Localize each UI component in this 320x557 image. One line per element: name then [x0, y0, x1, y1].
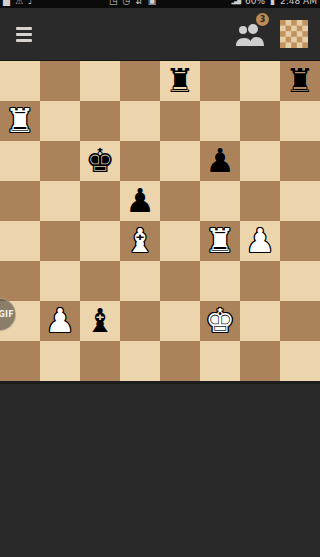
square-c6[interactable]: ♚	[80, 141, 120, 181]
square-h3[interactable]	[280, 261, 320, 301]
white-bishop-piece[interactable]: ♝	[120, 221, 160, 261]
black-pawn-piece[interactable]: ♟	[120, 181, 160, 221]
square-c1[interactable]	[80, 341, 120, 381]
square-g7[interactable]	[240, 101, 280, 141]
time: 2:48 AM	[280, 0, 317, 6]
square-b5[interactable]	[40, 181, 80, 221]
square-e1[interactable]	[160, 341, 200, 381]
screenshot-icon: ▆	[3, 0, 10, 6]
alarm-icon: ◷	[122, 0, 130, 6]
players-badge: 3	[256, 13, 269, 26]
square-g4[interactable]: ♟	[240, 221, 280, 261]
black-pawn-piece[interactable]: ♟	[200, 141, 240, 181]
square-f4[interactable]: ♜	[200, 221, 240, 261]
toolbar: 3	[0, 8, 320, 60]
square-b7[interactable]	[40, 101, 80, 141]
square-b4[interactable]	[40, 221, 80, 261]
square-a3[interactable]	[0, 261, 40, 301]
square-e6[interactable]	[160, 141, 200, 181]
square-f7[interactable]	[200, 101, 240, 141]
square-b1[interactable]	[40, 341, 80, 381]
status-bar-content: ▆⚠♪ ◳◷⇵▣ ▂▄▆60%▮2:48 AM	[0, 0, 320, 8]
chess-app: ▆⚠♪ ◳◷⇵▣ ▂▄▆60%▮2:48 AM 3 ♜♜♜♚♟♟♝♜♟♟♝♚ G…	[0, 0, 320, 557]
square-a1[interactable]	[0, 341, 40, 381]
square-f6[interactable]: ♟	[200, 141, 240, 181]
square-d8[interactable]	[120, 61, 160, 101]
square-f8[interactable]	[200, 61, 240, 101]
white-rook-piece[interactable]: ♜	[200, 221, 240, 261]
square-c3[interactable]	[80, 261, 120, 301]
square-b2[interactable]: ♟	[40, 301, 80, 341]
square-g2[interactable]	[240, 301, 280, 341]
square-d1[interactable]	[120, 341, 160, 381]
square-d4[interactable]: ♝	[120, 221, 160, 261]
square-f3[interactable]	[200, 261, 240, 301]
square-e2[interactable]	[160, 301, 200, 341]
square-g8[interactable]	[240, 61, 280, 101]
cast-icon: ◳	[109, 0, 118, 6]
square-f1[interactable]	[200, 341, 240, 381]
square-e3[interactable]	[160, 261, 200, 301]
square-g1[interactable]	[240, 341, 280, 381]
square-c5[interactable]	[80, 181, 120, 221]
menu-icon[interactable]	[16, 27, 32, 42]
square-d7[interactable]	[120, 101, 160, 141]
status-right-items: ▂▄▆60%▮2:48 AM	[231, 0, 317, 6]
status-bar: ▆⚠♪ ◳◷⇵▣ ▂▄▆60%▮2:48 AM	[0, 0, 320, 8]
status-left-icons: ▆⚠♪	[3, 0, 34, 6]
players-button[interactable]: 3	[234, 22, 264, 46]
sim-icon: ▣	[148, 0, 157, 6]
signal-icon: ▂▄▆	[231, 0, 240, 6]
bottom-area	[0, 384, 320, 557]
square-g5[interactable]	[240, 181, 280, 221]
square-f2[interactable]: ♚	[200, 301, 240, 341]
gif-button-label: GIF	[0, 310, 14, 319]
black-bishop-piece[interactable]: ♝	[80, 301, 120, 341]
white-pawn-piece[interactable]: ♟	[240, 221, 280, 261]
status-mid-icons: ◳◷⇵▣	[109, 0, 156, 6]
square-b6[interactable]	[40, 141, 80, 181]
square-h1[interactable]	[280, 341, 320, 381]
square-h5[interactable]	[280, 181, 320, 221]
square-e8[interactable]: ♜	[160, 61, 200, 101]
square-a5[interactable]	[0, 181, 40, 221]
square-a6[interactable]	[0, 141, 40, 181]
square-g6[interactable]	[240, 141, 280, 181]
square-h6[interactable]	[280, 141, 320, 181]
square-h8[interactable]: ♜	[280, 61, 320, 101]
square-c4[interactable]	[80, 221, 120, 261]
chessboard-icon[interactable]	[280, 20, 308, 48]
black-king-piece[interactable]: ♚	[80, 141, 120, 181]
square-c8[interactable]	[80, 61, 120, 101]
battery-level: 60%	[245, 0, 265, 6]
chess-board: ♜♜♜♚♟♟♝♜♟♟♝♚	[0, 61, 320, 381]
black-rook-piece[interactable]: ♜	[160, 61, 200, 101]
square-h2[interactable]	[280, 301, 320, 341]
white-rook-piece[interactable]: ♜	[0, 101, 40, 141]
white-king-piece[interactable]: ♚	[200, 301, 240, 341]
square-e7[interactable]	[160, 101, 200, 141]
data-icon: ⇵	[135, 0, 143, 6]
square-e4[interactable]	[160, 221, 200, 261]
battery-icon: ▮	[270, 0, 275, 6]
square-d2[interactable]	[120, 301, 160, 341]
white-pawn-piece[interactable]: ♟	[40, 301, 80, 341]
square-b8[interactable]	[40, 61, 80, 101]
square-h4[interactable]	[280, 221, 320, 261]
square-a7[interactable]: ♜	[0, 101, 40, 141]
square-d6[interactable]	[120, 141, 160, 181]
square-d3[interactable]	[120, 261, 160, 301]
square-c7[interactable]	[80, 101, 120, 141]
square-d5[interactable]: ♟	[120, 181, 160, 221]
square-a4[interactable]	[0, 221, 40, 261]
warning-icon: ⚠	[15, 0, 23, 6]
sound-icon: ♪	[28, 0, 34, 6]
black-rook-piece[interactable]: ♜	[280, 61, 320, 101]
square-a8[interactable]	[0, 61, 40, 101]
square-f5[interactable]	[200, 181, 240, 221]
square-e5[interactable]	[160, 181, 200, 221]
square-c2[interactable]: ♝	[80, 301, 120, 341]
square-g3[interactable]	[240, 261, 280, 301]
square-b3[interactable]	[40, 261, 80, 301]
square-h7[interactable]	[280, 101, 320, 141]
